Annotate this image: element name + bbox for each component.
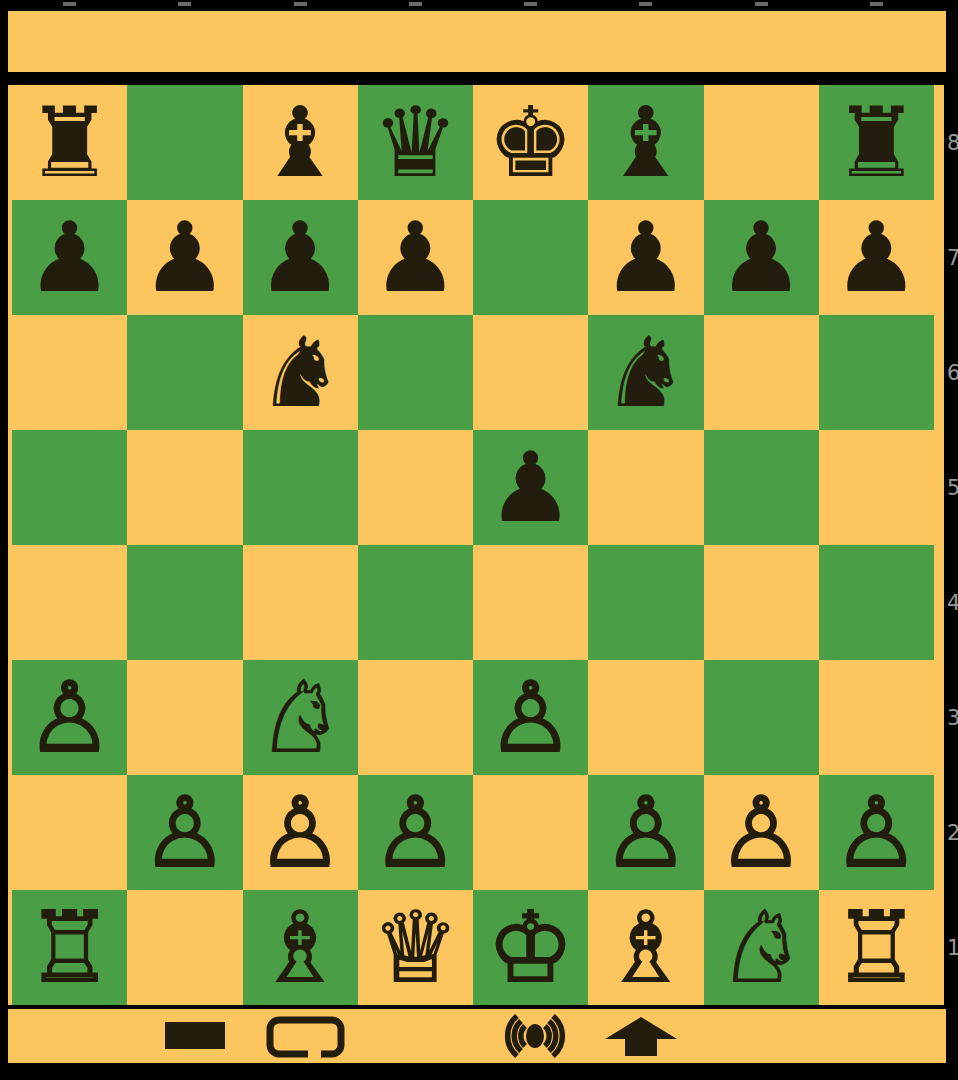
square-h1[interactable]: ♖ [819, 890, 934, 1005]
white-pawn: ♙ [257, 784, 344, 881]
square-b7[interactable]: ♟ [127, 200, 242, 315]
file-label-remnant-a [63, 2, 76, 6]
rank-label-3: 3 [947, 660, 958, 775]
rank-label-5: 5 [947, 430, 958, 545]
square-b6[interactable] [127, 315, 242, 430]
black-pawn: ♟ [26, 209, 113, 306]
file-label-remnant-e [524, 2, 537, 6]
square-h4[interactable] [819, 545, 934, 660]
white-bishop: ♗ [602, 899, 689, 996]
rank-label-2: 2 [947, 775, 958, 890]
board-grid: ♜♝♛♚♝♜♟♟♟♟♟♟♟♞♞♟♙♘♙♙♙♙♙♙♙♖♗♕♔♗♘♖ [12, 85, 934, 1005]
square-h3[interactable] [819, 660, 934, 775]
black-pawn: ♟ [141, 209, 228, 306]
square-f5[interactable] [588, 430, 703, 545]
white-king: ♔ [487, 899, 574, 996]
white-pawn: ♙ [718, 784, 805, 881]
window-frame-icon[interactable] [266, 1016, 345, 1058]
square-g4[interactable] [704, 545, 819, 660]
rank-labels-column: 87654321 [946, 85, 958, 1005]
black-pawn: ♟ [372, 209, 459, 306]
square-e2[interactable] [473, 775, 588, 890]
black-rook: ♜ [26, 94, 113, 191]
rank-label-4: 4 [947, 545, 958, 660]
rank-label-6: 6 [947, 315, 958, 430]
square-g3[interactable] [704, 660, 819, 775]
black-bishop: ♝ [257, 94, 344, 191]
square-e5[interactable]: ♟ [473, 430, 588, 545]
square-c3[interactable]: ♘ [243, 660, 358, 775]
black-king: ♚ [487, 94, 574, 191]
white-knight: ♘ [257, 669, 344, 766]
square-e7[interactable] [473, 200, 588, 315]
square-b5[interactable] [127, 430, 242, 545]
square-c8[interactable]: ♝ [243, 85, 358, 200]
square-c6[interactable]: ♞ [243, 315, 358, 430]
rank-label-7: 7 [947, 200, 958, 315]
chess-board[interactable]: ♜♝♛♚♝♜♟♟♟♟♟♟♟♞♞♟♙♘♙♙♙♙♙♙♙♖♗♕♔♗♘♖ [8, 85, 944, 1005]
white-queen: ♕ [372, 899, 459, 996]
square-d4[interactable] [358, 545, 473, 660]
square-g6[interactable] [704, 315, 819, 430]
black-pawn: ♟ [718, 209, 805, 306]
white-rook: ♖ [26, 899, 113, 996]
white-pawn: ♙ [602, 784, 689, 881]
file-label-remnant-f [639, 2, 652, 6]
black-pawn: ♟ [602, 209, 689, 306]
square-d6[interactable] [358, 315, 473, 430]
square-e3[interactable]: ♙ [473, 660, 588, 775]
square-d3[interactable] [358, 660, 473, 775]
square-d5[interactable] [358, 430, 473, 545]
square-c5[interactable] [243, 430, 358, 545]
square-h6[interactable] [819, 315, 934, 430]
clipped-file-labels-strip [0, 0, 958, 11]
file-label-remnant-c [294, 2, 307, 6]
white-pawn: ♙ [26, 669, 113, 766]
square-e4[interactable] [473, 545, 588, 660]
square-g1[interactable]: ♘ [704, 890, 819, 1005]
square-h5[interactable] [819, 430, 934, 545]
white-rook: ♖ [833, 899, 920, 996]
square-f1[interactable]: ♗ [588, 890, 703, 1005]
square-f2[interactable]: ♙ [588, 775, 703, 890]
square-a1[interactable]: ♖ [12, 890, 127, 1005]
white-pawn: ♙ [372, 784, 459, 881]
white-pawn: ♙ [833, 784, 920, 881]
file-label-remnant-d [409, 2, 422, 6]
square-d1[interactable]: ♕ [358, 890, 473, 1005]
black-pawn: ♟ [257, 209, 344, 306]
white-bishop: ♗ [257, 899, 344, 996]
square-d2[interactable]: ♙ [358, 775, 473, 890]
move-list-bar [8, 11, 946, 72]
square-c2[interactable]: ♙ [243, 775, 358, 890]
sound-waves-icon[interactable] [495, 1013, 575, 1059]
bottom-toolbar [8, 1009, 946, 1063]
square-h2[interactable]: ♙ [819, 775, 934, 890]
square-b8[interactable] [127, 85, 242, 200]
square-h8[interactable]: ♜ [819, 85, 934, 200]
square-c7[interactable]: ♟ [243, 200, 358, 315]
black-rook: ♜ [833, 94, 920, 191]
square-g2[interactable]: ♙ [704, 775, 819, 890]
black-pawn: ♟ [833, 209, 920, 306]
square-a2[interactable] [12, 775, 127, 890]
white-knight: ♘ [718, 899, 805, 996]
black-pawn: ♟ [487, 439, 574, 536]
square-b4[interactable] [127, 545, 242, 660]
square-e8[interactable]: ♚ [473, 85, 588, 200]
rank-label-1: 1 [947, 890, 958, 1005]
square-b1[interactable] [127, 890, 242, 1005]
square-a3[interactable]: ♙ [12, 660, 127, 775]
chess-app-screen: ♜♝♛♚♝♜♟♟♟♟♟♟♟♞♞♟♙♘♙♙♙♙♙♙♙♖♗♕♔♗♘♖ 8765432… [0, 0, 958, 1080]
black-knight: ♞ [602, 324, 689, 421]
file-label-remnant-h [870, 2, 883, 6]
square-g7[interactable]: ♟ [704, 200, 819, 315]
file-label-remnant-g [755, 2, 768, 6]
square-b2[interactable]: ♙ [127, 775, 242, 890]
square-h7[interactable]: ♟ [819, 200, 934, 315]
square-f4[interactable] [588, 545, 703, 660]
white-pawn: ♙ [141, 784, 228, 881]
square-f3[interactable] [588, 660, 703, 775]
square-c1[interactable]: ♗ [243, 890, 358, 1005]
square-g8[interactable] [704, 85, 819, 200]
square-b3[interactable] [127, 660, 242, 775]
black-queen: ♛ [372, 94, 459, 191]
square-a5[interactable] [12, 430, 127, 545]
square-f6[interactable]: ♞ [588, 315, 703, 430]
square-f8[interactable]: ♝ [588, 85, 703, 200]
square-a4[interactable] [12, 545, 127, 660]
square-d8[interactable]: ♛ [358, 85, 473, 200]
square-g5[interactable] [704, 430, 819, 545]
black-bishop: ♝ [602, 94, 689, 191]
black-knight: ♞ [257, 324, 344, 421]
square-f7[interactable]: ♟ [588, 200, 703, 315]
square-d7[interactable]: ♟ [358, 200, 473, 315]
square-a7[interactable]: ♟ [12, 200, 127, 315]
square-e6[interactable] [473, 315, 588, 430]
square-a8[interactable]: ♜ [12, 85, 127, 200]
white-pawn: ♙ [487, 669, 574, 766]
square-c4[interactable] [243, 545, 358, 660]
up-arrow-icon[interactable] [598, 1016, 684, 1056]
square-a6[interactable] [12, 315, 127, 430]
file-label-remnant-b [178, 2, 191, 6]
rank-label-8: 8 [947, 85, 958, 200]
solid-rectangle-icon[interactable] [165, 1022, 225, 1049]
square-e1[interactable]: ♔ [473, 890, 588, 1005]
